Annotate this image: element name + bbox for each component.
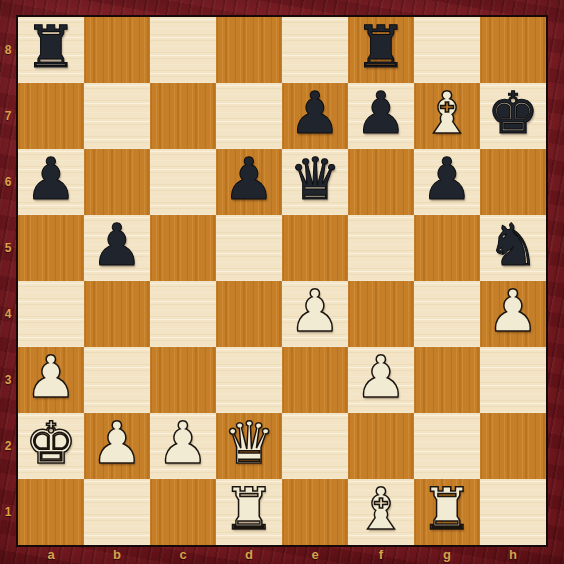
- square-b1[interactable]: [84, 479, 150, 545]
- rank-label-4: 4: [0, 281, 16, 347]
- square-d4[interactable]: [216, 281, 282, 347]
- square-a6[interactable]: ♟: [18, 149, 84, 215]
- rank-label-5: 5: [0, 215, 16, 281]
- square-b8[interactable]: [84, 17, 150, 83]
- square-a8[interactable]: ♜: [18, 17, 84, 83]
- square-b7[interactable]: [84, 83, 150, 149]
- square-g7[interactable]: ♝: [414, 83, 480, 149]
- black-pawn[interactable]: ♟: [289, 80, 341, 146]
- white-pawn[interactable]: ♟: [25, 344, 77, 410]
- square-f8[interactable]: ♜: [348, 17, 414, 83]
- white-rook[interactable]: ♜: [421, 476, 473, 542]
- square-b6[interactable]: [84, 149, 150, 215]
- white-king[interactable]: ♚: [25, 410, 77, 476]
- file-label-f: f: [348, 547, 414, 564]
- black-knight[interactable]: ♞: [487, 212, 539, 278]
- black-pawn[interactable]: ♟: [355, 80, 407, 146]
- file-label-h: h: [480, 547, 546, 564]
- white-pawn[interactable]: ♟: [91, 410, 143, 476]
- square-h1[interactable]: [480, 479, 546, 545]
- square-a4[interactable]: [18, 281, 84, 347]
- square-h2[interactable]: [480, 413, 546, 479]
- white-pawn[interactable]: ♟: [487, 278, 539, 344]
- square-e4[interactable]: ♟: [282, 281, 348, 347]
- chess-board: ♜♜♟♟♝♚♟♟♛♟♟♞♟♟♟♟♚♟♟♛♜♝♜: [16, 15, 548, 547]
- square-f7[interactable]: ♟: [348, 83, 414, 149]
- file-label-e: e: [282, 547, 348, 564]
- square-c2[interactable]: ♟: [150, 413, 216, 479]
- rank-label-6: 6: [0, 149, 16, 215]
- square-g1[interactable]: ♜: [414, 479, 480, 545]
- square-c4[interactable]: [150, 281, 216, 347]
- square-g6[interactable]: ♟: [414, 149, 480, 215]
- square-g8[interactable]: [414, 17, 480, 83]
- board-frame: ♜♜♟♟♝♚♟♟♛♟♟♞♟♟♟♟♚♟♟♛♜♝♜ 87654321 abcdefg…: [0, 0, 564, 564]
- file-label-a: a: [18, 547, 84, 564]
- square-c5[interactable]: [150, 215, 216, 281]
- black-pawn[interactable]: ♟: [91, 212, 143, 278]
- square-d1[interactable]: ♜: [216, 479, 282, 545]
- square-e3[interactable]: [282, 347, 348, 413]
- square-a2[interactable]: ♚: [18, 413, 84, 479]
- square-e6[interactable]: ♛: [282, 149, 348, 215]
- square-h4[interactable]: ♟: [480, 281, 546, 347]
- square-d3[interactable]: [216, 347, 282, 413]
- black-pawn[interactable]: ♟: [25, 146, 77, 212]
- square-c8[interactable]: [150, 17, 216, 83]
- square-b2[interactable]: ♟: [84, 413, 150, 479]
- square-a5[interactable]: [18, 215, 84, 281]
- square-e1[interactable]: [282, 479, 348, 545]
- square-d2[interactable]: ♛: [216, 413, 282, 479]
- square-f6[interactable]: [348, 149, 414, 215]
- square-c1[interactable]: [150, 479, 216, 545]
- square-e2[interactable]: [282, 413, 348, 479]
- square-d8[interactable]: [216, 17, 282, 83]
- square-h5[interactable]: ♞: [480, 215, 546, 281]
- square-g4[interactable]: [414, 281, 480, 347]
- square-d7[interactable]: [216, 83, 282, 149]
- black-rook[interactable]: ♜: [355, 14, 407, 80]
- square-h8[interactable]: [480, 17, 546, 83]
- black-queen[interactable]: ♛: [289, 146, 341, 212]
- square-h3[interactable]: [480, 347, 546, 413]
- rank-label-3: 3: [0, 347, 16, 413]
- file-label-c: c: [150, 547, 216, 564]
- square-f1[interactable]: ♝: [348, 479, 414, 545]
- square-a1[interactable]: [18, 479, 84, 545]
- black-rook[interactable]: ♜: [25, 14, 77, 80]
- black-king[interactable]: ♚: [487, 80, 539, 146]
- white-queen[interactable]: ♛: [223, 410, 275, 476]
- white-bishop[interactable]: ♝: [421, 80, 473, 146]
- square-d6[interactable]: ♟: [216, 149, 282, 215]
- square-f3[interactable]: ♟: [348, 347, 414, 413]
- square-f4[interactable]: [348, 281, 414, 347]
- square-g5[interactable]: [414, 215, 480, 281]
- square-f5[interactable]: [348, 215, 414, 281]
- file-label-d: d: [216, 547, 282, 564]
- black-pawn[interactable]: ♟: [223, 146, 275, 212]
- square-a3[interactable]: ♟: [18, 347, 84, 413]
- square-e5[interactable]: [282, 215, 348, 281]
- square-c3[interactable]: [150, 347, 216, 413]
- white-pawn[interactable]: ♟: [289, 278, 341, 344]
- square-e8[interactable]: [282, 17, 348, 83]
- square-c7[interactable]: [150, 83, 216, 149]
- square-b5[interactable]: ♟: [84, 215, 150, 281]
- square-b4[interactable]: [84, 281, 150, 347]
- square-c6[interactable]: [150, 149, 216, 215]
- file-label-g: g: [414, 547, 480, 564]
- white-pawn[interactable]: ♟: [355, 344, 407, 410]
- square-g2[interactable]: [414, 413, 480, 479]
- square-e7[interactable]: ♟: [282, 83, 348, 149]
- square-h7[interactable]: ♚: [480, 83, 546, 149]
- rank-label-7: 7: [0, 83, 16, 149]
- white-rook[interactable]: ♜: [223, 476, 275, 542]
- black-pawn[interactable]: ♟: [421, 146, 473, 212]
- square-f2[interactable]: [348, 413, 414, 479]
- square-a7[interactable]: [18, 83, 84, 149]
- square-h6[interactable]: [480, 149, 546, 215]
- rank-label-8: 8: [0, 17, 16, 83]
- rank-label-1: 1: [0, 479, 16, 545]
- square-d5[interactable]: [216, 215, 282, 281]
- file-label-b: b: [84, 547, 150, 564]
- square-g3[interactable]: [414, 347, 480, 413]
- white-pawn[interactable]: ♟: [157, 410, 209, 476]
- square-b3[interactable]: [84, 347, 150, 413]
- rank-label-2: 2: [0, 413, 16, 479]
- white-bishop[interactable]: ♝: [355, 476, 407, 542]
